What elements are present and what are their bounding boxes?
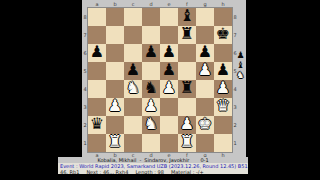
white-pawn-piece: ♟ [216,80,230,96]
square-d2: ♞ [142,116,160,134]
rank-label: 2 [82,116,88,134]
square-f6 [178,44,196,62]
file-label: h [214,0,232,7]
square-g1 [196,134,214,152]
square-c1 [124,134,142,152]
rank-label: 2 [232,116,238,134]
square-b6 [106,44,124,62]
file-label: d [142,0,160,7]
black-rook-piece: ♜ [180,26,194,42]
black-bishop-icon: ♝ [236,60,244,70]
white-king-piece: ♚ [198,116,212,132]
white-knight-piece: ♞ [144,116,158,132]
black-pawn-piece: ♟ [198,44,212,60]
material-label: Material : -/+ [171,169,204,174]
rank-label: 6 [82,44,88,62]
black-pawn-piece: ♟ [162,62,176,78]
black-pawn-piece: ♟ [216,62,230,78]
rank-label: 8 [82,8,88,26]
rank-label: 7 [232,26,238,44]
square-e1 [160,134,178,152]
square-b1: ♜ [106,134,124,152]
square-d8 [142,8,160,26]
square-b5 [106,62,124,80]
black-pawn-piece: ♟ [126,62,140,78]
black-queen-piece: ♛ [90,116,104,132]
square-c2 [124,116,142,134]
game-caption: Kobalia, Mikhail - Sindarov, Javokhir 0-… [58,157,248,174]
square-b7 [106,26,124,44]
rank-label: 5 [82,62,88,80]
white-knight-icon: ♞ [236,70,244,80]
next-move: Next : 46... Rxh4 [86,169,128,174]
black-bishop-piece: ♝ [180,8,194,24]
square-h2 [214,116,232,134]
rank-label: 3 [232,98,238,116]
rank-label: 1 [232,134,238,152]
square-c3 [124,98,142,116]
file-label: b [106,0,124,7]
square-h7: ♚ [214,26,232,44]
board-panel: abcdefgh ♝♜♚♟♟♟♟♟♟♟♟♞♞♟♜♟♟♟♛♛♞♟♚♜♜ abcde… [82,0,246,157]
move-played: 46. Rb1 [60,169,79,174]
video-frame: abcdefgh ♝♜♚♟♟♟♟♟♟♟♟♞♞♟♜♟♟♟♛♛♞♟♚♜♜ abcde… [0,0,320,180]
square-a8 [88,8,106,26]
file-label: g [196,0,214,7]
rank-label: 4 [232,80,238,98]
white-pawn-piece: ♟ [198,62,212,78]
black-pawn-icon: ♟ [236,50,244,60]
black-knight-piece: ♞ [144,80,158,96]
file-label: a [88,0,106,7]
square-c7 [124,26,142,44]
square-b8 [106,8,124,26]
game-length: Length : 98 [135,169,163,174]
square-c8 [124,8,142,26]
black-pawn-piece: ♟ [90,44,104,60]
black-king-piece: ♚ [216,26,230,42]
white-rook-piece: ♜ [180,134,194,150]
rank-label: 1 [82,134,88,152]
file-label: c [124,0,142,7]
rank-label: 8 [232,8,238,26]
white-pawn-piece: ♟ [144,98,158,114]
square-f1: ♜ [178,134,196,152]
square-a6: ♟ [88,44,106,62]
square-a5 [88,62,106,80]
square-e4: ♟ [160,80,178,98]
square-e3 [160,98,178,116]
square-g5: ♟ [196,62,214,80]
file-labels-top: abcdefgh [88,0,232,7]
rank-label: 7 [82,26,88,44]
square-a4 [88,80,106,98]
white-rook-piece: ♜ [108,134,122,150]
square-g8 [196,8,214,26]
white-pawn-piece: ♟ [180,116,194,132]
black-pawn-piece: ♟ [162,44,176,60]
square-e8 [160,8,178,26]
black-pawn-piece: ♟ [144,44,158,60]
white-pawn-piece: ♟ [108,98,122,114]
file-label: e [160,0,178,7]
square-h3: ♛ [214,98,232,116]
square-b3: ♟ [106,98,124,116]
square-e2 [160,116,178,134]
square-a2: ♛ [88,116,106,134]
square-d6: ♟ [142,44,160,62]
rank-label: 3 [82,98,88,116]
square-a1 [88,134,106,152]
square-f4: ♜ [178,80,196,98]
chess-board: ♝♜♚♟♟♟♟♟♟♟♟♞♞♟♜♟♟♟♛♛♞♟♚♜♜ [88,8,232,152]
rank-labels-left: 87654321 [82,8,88,152]
rank-label: 4 [82,80,88,98]
white-pawn-piece: ♟ [162,80,176,96]
square-g4 [196,80,214,98]
white-knight-piece: ♞ [126,80,140,96]
rank-labels-right: 87654321 [232,8,238,152]
black-rook-piece: ♜ [180,80,194,96]
status-line: 46. Rb1 Next : 46... Rxh4 Length : 98 Ma… [58,169,248,174]
square-h1 [214,134,232,152]
square-g2: ♚ [196,116,214,134]
square-d1 [142,134,160,152]
square-c4: ♞ [124,80,142,98]
square-f7: ♜ [178,26,196,44]
material-balance-tray: ♟♝♞ [235,50,246,80]
white-queen-piece: ♛ [216,98,230,114]
